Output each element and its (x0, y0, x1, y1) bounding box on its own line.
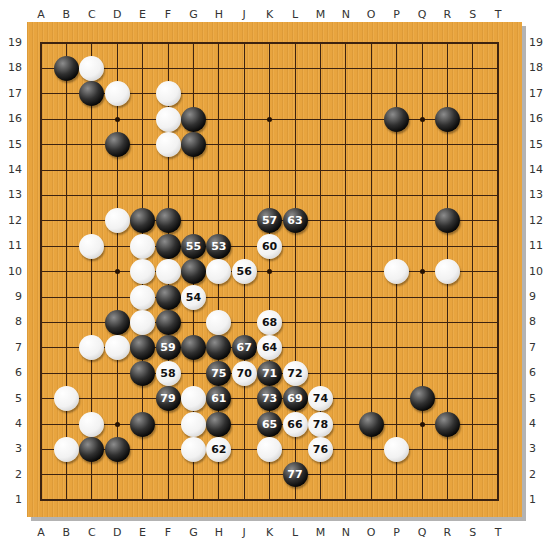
stone-f9 (156, 285, 181, 310)
top-letter-k: K (261, 9, 279, 21)
right-number-6: 6 (529, 367, 547, 379)
right-number-10: 10 (529, 266, 547, 278)
stone-g5 (181, 386, 206, 411)
bottom-letter-a: A (32, 527, 50, 539)
grid-line-horizontal (40, 474, 499, 475)
left-number-17: 17 (4, 88, 22, 100)
stone-h4 (206, 412, 231, 437)
stone-f12 (156, 208, 181, 233)
star-point-d4 (115, 422, 120, 427)
top-letter-f: F (159, 9, 177, 21)
grid-line-horizontal (40, 297, 499, 298)
top-letter-j: J (235, 9, 253, 21)
stone-o4 (359, 412, 384, 437)
left-number-15: 15 (4, 139, 22, 151)
left-number-9: 9 (4, 291, 22, 303)
move-72-stone-l6: 72 (283, 361, 308, 386)
move-67-stone-j7: 67 (232, 335, 257, 360)
bottom-letter-q: Q (413, 527, 431, 539)
stone-e4 (130, 412, 155, 437)
top-letter-h: H (210, 9, 228, 21)
top-letter-r: R (438, 9, 456, 21)
left-number-7: 7 (4, 342, 22, 354)
right-number-19: 19 (529, 37, 547, 49)
top-letter-e: E (134, 9, 152, 21)
stone-r16 (435, 107, 460, 132)
star-point-q16 (420, 117, 425, 122)
right-number-5: 5 (529, 393, 547, 405)
star-point-k10 (267, 269, 272, 274)
right-number-4: 4 (529, 418, 547, 430)
stone-e11 (130, 234, 155, 259)
bottom-letter-t: T (489, 527, 507, 539)
top-letter-a: A (32, 9, 50, 21)
move-66-stone-l4: 66 (283, 412, 308, 437)
bottom-letter-b: B (57, 527, 75, 539)
top-letter-c: C (83, 9, 101, 21)
left-number-6: 6 (4, 367, 22, 379)
bottom-letter-e: E (134, 527, 152, 539)
left-number-18: 18 (4, 62, 22, 74)
move-77-stone-l2: 77 (283, 462, 308, 487)
left-number-11: 11 (4, 240, 22, 252)
stone-d12 (105, 208, 130, 233)
bottom-letter-g: G (184, 527, 202, 539)
left-number-5: 5 (4, 393, 22, 405)
stone-f11 (156, 234, 181, 259)
star-point-q10 (420, 269, 425, 274)
grid-line-vertical (472, 42, 473, 501)
star-point-q4 (420, 422, 425, 427)
right-number-9: 9 (529, 291, 547, 303)
move-58-stone-f6: 58 (156, 361, 181, 386)
right-number-2: 2 (529, 469, 547, 481)
right-number-3: 3 (529, 443, 547, 455)
stone-b5 (54, 386, 79, 411)
right-number-15: 15 (529, 139, 547, 151)
right-number-14: 14 (529, 164, 547, 176)
stone-d8 (105, 310, 130, 335)
top-letter-g: G (184, 9, 202, 21)
left-number-16: 16 (4, 113, 22, 125)
move-54-stone-g9: 54 (181, 285, 206, 310)
move-75-stone-h6: 75 (206, 361, 231, 386)
top-letter-l: L (286, 9, 304, 21)
bottom-letter-k: K (261, 527, 279, 539)
left-number-3: 3 (4, 443, 22, 455)
stone-g16 (181, 107, 206, 132)
stone-c11 (79, 234, 104, 259)
move-71-stone-k6: 71 (257, 361, 282, 386)
top-letter-m: M (311, 9, 329, 21)
move-76-stone-m3: 76 (308, 437, 333, 462)
stone-f10 (156, 259, 181, 284)
stone-e8 (130, 310, 155, 335)
move-68-stone-k8: 68 (257, 310, 282, 335)
bottom-letter-c: C (83, 527, 101, 539)
right-number-16: 16 (529, 113, 547, 125)
stone-r4 (435, 412, 460, 437)
move-65-stone-k4: 65 (257, 412, 282, 437)
top-letter-o: O (362, 9, 380, 21)
top-letter-p: P (388, 9, 406, 21)
stone-f16 (156, 107, 181, 132)
stone-r10 (435, 259, 460, 284)
right-number-7: 7 (529, 342, 547, 354)
bottom-letter-l: L (286, 527, 304, 539)
stone-g4 (181, 412, 206, 437)
move-63-stone-l12: 63 (283, 208, 308, 233)
go-board-page: AABBCCDDEEFFGGHHJJKKLLMMNNOOPPQQRRSSTT19… (0, 0, 550, 550)
top-letter-t: T (489, 9, 507, 21)
left-number-14: 14 (4, 164, 22, 176)
move-60-stone-k11: 60 (257, 234, 282, 259)
stone-q5 (410, 386, 435, 411)
stone-k3 (257, 437, 282, 462)
left-number-8: 8 (4, 316, 22, 328)
move-59-stone-f7: 59 (156, 335, 181, 360)
bottom-letter-h: H (210, 527, 228, 539)
bottom-letter-j: J (235, 527, 253, 539)
top-letter-n: N (337, 9, 355, 21)
stone-f8 (156, 310, 181, 335)
stone-f17 (156, 81, 181, 106)
right-number-12: 12 (529, 215, 547, 227)
bottom-letter-m: M (311, 527, 329, 539)
left-number-13: 13 (4, 189, 22, 201)
grid-line-vertical (345, 42, 346, 501)
star-point-d10 (115, 269, 120, 274)
move-74-stone-m5: 74 (308, 386, 333, 411)
right-number-1: 1 (529, 494, 547, 506)
stone-d3 (105, 437, 130, 462)
top-letter-s: S (464, 9, 482, 21)
stone-g15 (181, 132, 206, 157)
stone-c4 (79, 412, 104, 437)
left-number-4: 4 (4, 418, 22, 430)
stone-f15 (156, 132, 181, 157)
right-number-17: 17 (529, 88, 547, 100)
stone-b3 (54, 437, 79, 462)
grid-line-horizontal (40, 499, 499, 501)
move-69-stone-l5: 69 (283, 386, 308, 411)
stone-b18 (54, 56, 79, 81)
stone-p3 (384, 437, 409, 462)
move-56-stone-j10: 56 (232, 259, 257, 284)
move-53-stone-h11: 53 (206, 234, 231, 259)
right-number-11: 11 (529, 240, 547, 252)
top-letter-q: Q (413, 9, 431, 21)
grid-line-vertical (497, 42, 499, 501)
left-number-2: 2 (4, 469, 22, 481)
move-78-stone-m4: 78 (308, 412, 333, 437)
stone-p16 (384, 107, 409, 132)
left-number-12: 12 (4, 215, 22, 227)
left-number-1: 1 (4, 494, 22, 506)
bottom-letter-f: F (159, 527, 177, 539)
stone-g3 (181, 437, 206, 462)
bottom-letter-d: D (108, 527, 126, 539)
stone-d15 (105, 132, 130, 157)
right-number-18: 18 (529, 62, 547, 74)
stone-d7 (105, 335, 130, 360)
bottom-letter-n: N (337, 527, 355, 539)
top-letter-b: B (57, 9, 75, 21)
right-number-13: 13 (529, 189, 547, 201)
move-79-stone-f5: 79 (156, 386, 181, 411)
top-letter-d: D (108, 9, 126, 21)
left-number-19: 19 (4, 37, 22, 49)
stone-d17 (105, 81, 130, 106)
stone-g10 (181, 259, 206, 284)
left-number-10: 10 (4, 266, 22, 278)
move-55-stone-g11: 55 (181, 234, 206, 259)
stone-e9 (130, 285, 155, 310)
bottom-letter-s: S (464, 527, 482, 539)
right-number-8: 8 (529, 316, 547, 328)
bottom-letter-p: P (388, 527, 406, 539)
bottom-letter-r: R (438, 527, 456, 539)
move-70-stone-j6: 70 (232, 361, 257, 386)
star-point-d16 (115, 117, 120, 122)
star-point-k16 (267, 117, 272, 122)
bottom-letter-o: O (362, 527, 380, 539)
stone-e6 (130, 361, 155, 386)
